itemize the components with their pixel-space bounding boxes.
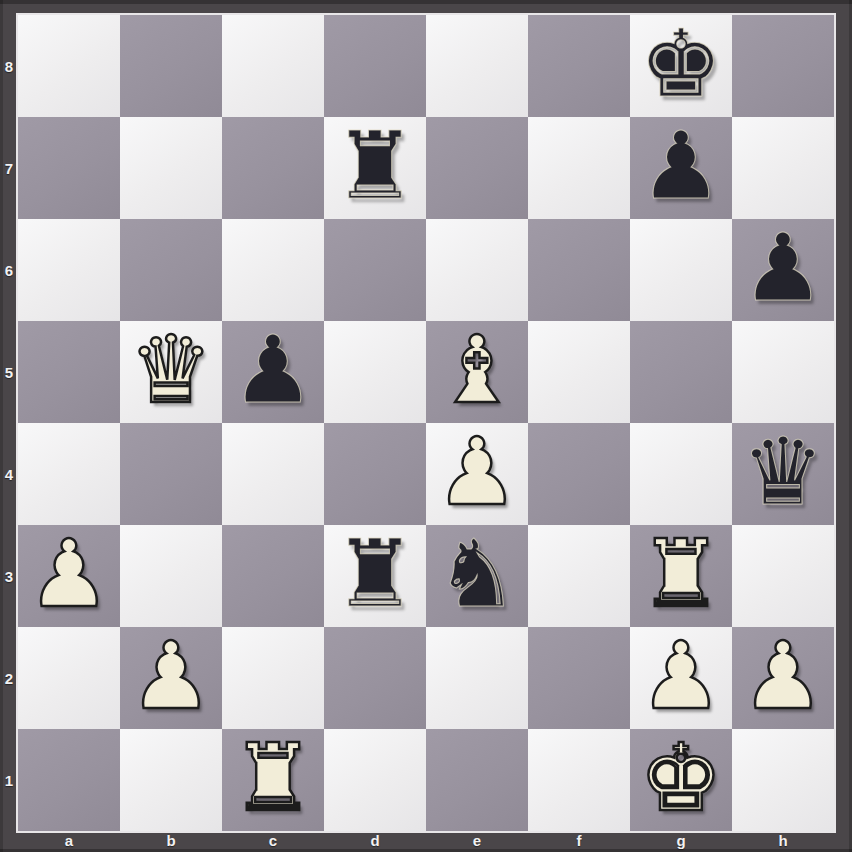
board-frame: 87654321 ♚♜♟♟♛♟♝♟♛♟♜♞♜♟♟♟♜♚ abcdefgh [0,0,852,852]
rank-label-3: 3 [0,525,18,627]
piece-white-pawn[interactable]: ♟ [435,426,518,519]
rank-labels: 87654321 [0,15,18,831]
square-c6[interactable] [222,219,324,321]
square-g1[interactable]: ♚ [630,729,732,831]
file-label-a: a [18,831,120,849]
square-h5[interactable] [732,321,834,423]
square-g3[interactable]: ♜ [630,525,732,627]
square-f6[interactable] [528,219,630,321]
square-d7[interactable]: ♜ [324,117,426,219]
square-e5[interactable]: ♝ [426,321,528,423]
chess-board: ♚♜♟♟♛♟♝♟♛♟♜♞♜♟♟♟♜♚ [18,15,834,831]
square-f3[interactable] [528,525,630,627]
square-c7[interactable] [222,117,324,219]
file-labels: abcdefgh [18,831,834,849]
file-label-e: e [426,831,528,849]
square-b5[interactable]: ♛ [120,321,222,423]
square-h3[interactable] [732,525,834,627]
square-g4[interactable] [630,423,732,525]
square-d1[interactable] [324,729,426,831]
piece-black-pawn[interactable]: ♟ [639,120,722,213]
square-d8[interactable] [324,15,426,117]
piece-white-pawn[interactable]: ♟ [639,630,722,723]
square-d5[interactable] [324,321,426,423]
square-a8[interactable] [18,15,120,117]
square-d2[interactable] [324,627,426,729]
square-e3[interactable]: ♞ [426,525,528,627]
rank-label-5: 5 [0,321,18,423]
square-a1[interactable] [18,729,120,831]
square-a2[interactable] [18,627,120,729]
square-e4[interactable]: ♟ [426,423,528,525]
piece-white-rook[interactable]: ♜ [639,528,722,621]
square-a7[interactable] [18,117,120,219]
piece-white-rook[interactable]: ♜ [231,732,314,825]
square-b7[interactable] [120,117,222,219]
file-label-g: g [630,831,732,849]
square-a4[interactable] [18,423,120,525]
square-e8[interactable] [426,15,528,117]
square-b4[interactable] [120,423,222,525]
square-g2[interactable]: ♟ [630,627,732,729]
square-e6[interactable] [426,219,528,321]
square-d3[interactable]: ♜ [324,525,426,627]
piece-white-king[interactable]: ♚ [639,732,722,825]
square-h8[interactable] [732,15,834,117]
piece-black-queen[interactable]: ♛ [741,426,824,519]
square-b3[interactable] [120,525,222,627]
file-label-b: b [120,831,222,849]
file-label-h: h [732,831,834,849]
piece-white-pawn[interactable]: ♟ [741,630,824,723]
square-b2[interactable]: ♟ [120,627,222,729]
square-e2[interactable] [426,627,528,729]
square-f1[interactable] [528,729,630,831]
square-f2[interactable] [528,627,630,729]
rank-label-8: 8 [0,15,18,117]
file-label-c: c [222,831,324,849]
rank-label-7: 7 [0,117,18,219]
piece-black-pawn[interactable]: ♟ [231,324,314,417]
square-h2[interactable]: ♟ [732,627,834,729]
square-d6[interactable] [324,219,426,321]
square-g7[interactable]: ♟ [630,117,732,219]
square-d4[interactable] [324,423,426,525]
square-c5[interactable]: ♟ [222,321,324,423]
file-label-f: f [528,831,630,849]
file-label-d: d [324,831,426,849]
rank-label-6: 6 [0,219,18,321]
piece-white-queen[interactable]: ♛ [129,324,212,417]
piece-white-pawn[interactable]: ♟ [27,528,110,621]
rank-label-1: 1 [0,729,18,831]
square-b1[interactable] [120,729,222,831]
square-g8[interactable]: ♚ [630,15,732,117]
square-a6[interactable] [18,219,120,321]
square-h6[interactable]: ♟ [732,219,834,321]
rank-label-2: 2 [0,627,18,729]
square-h7[interactable] [732,117,834,219]
square-e1[interactable] [426,729,528,831]
square-f8[interactable] [528,15,630,117]
piece-white-pawn[interactable]: ♟ [129,630,212,723]
square-b6[interactable] [120,219,222,321]
piece-black-rook[interactable]: ♜ [333,528,416,621]
square-e7[interactable] [426,117,528,219]
rank-label-4: 4 [0,423,18,525]
square-b8[interactable] [120,15,222,117]
piece-black-king[interactable]: ♚ [639,18,722,111]
square-c2[interactable] [222,627,324,729]
square-h1[interactable] [732,729,834,831]
square-c3[interactable] [222,525,324,627]
piece-black-pawn[interactable]: ♟ [741,222,824,315]
square-f4[interactable] [528,423,630,525]
piece-white-bishop[interactable]: ♝ [435,324,518,417]
square-c4[interactable] [222,423,324,525]
square-a3[interactable]: ♟ [18,525,120,627]
square-c1[interactable]: ♜ [222,729,324,831]
square-a5[interactable] [18,321,120,423]
square-h4[interactable]: ♛ [732,423,834,525]
square-f5[interactable] [528,321,630,423]
piece-black-rook[interactable]: ♜ [333,120,416,213]
square-f7[interactable] [528,117,630,219]
piece-black-knight[interactable]: ♞ [435,528,518,621]
square-g5[interactable] [630,321,732,423]
square-c8[interactable] [222,15,324,117]
square-g6[interactable] [630,219,732,321]
